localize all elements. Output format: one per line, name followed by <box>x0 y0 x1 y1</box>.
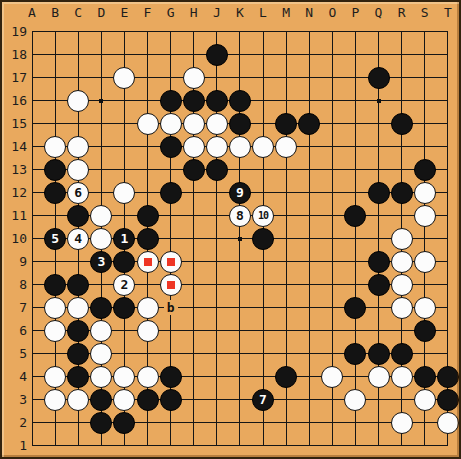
stone-black-Q5 <box>368 343 390 365</box>
stone-black-F10 <box>137 228 159 250</box>
coord-col-J: J <box>208 5 226 20</box>
stone-black-C11 <box>67 205 89 227</box>
stone-white-B3 <box>44 389 66 411</box>
stone-white-R10 <box>391 228 413 250</box>
coord-col-L: L <box>254 5 272 20</box>
coord-col-S: S <box>416 5 434 20</box>
stone-white-C10: 4 <box>67 228 89 250</box>
coord-col-P: P <box>346 5 364 20</box>
stone-white-E17 <box>113 67 135 89</box>
stone-white-F9 <box>137 251 159 273</box>
stone-white-R2 <box>391 412 413 434</box>
stone-white-S7 <box>414 297 436 319</box>
red-square-mark-F9 <box>144 258 152 266</box>
grid-hline-13 <box>32 169 449 170</box>
stone-white-O4 <box>321 366 343 388</box>
stone-black-T3 <box>437 389 459 411</box>
coord-row-4: 4 <box>3 369 27 384</box>
stone-white-D10 <box>90 228 112 250</box>
coord-col-D: D <box>92 5 110 20</box>
stone-white-P3 <box>344 389 366 411</box>
coord-row-11: 11 <box>3 208 27 223</box>
stone-white-G9 <box>160 251 182 273</box>
coord-col-G: G <box>162 5 180 20</box>
stone-black-L10 <box>252 228 274 250</box>
stone-white-S12 <box>414 182 436 204</box>
coord-col-O: O <box>323 5 341 20</box>
stone-black-R5 <box>391 343 413 365</box>
stone-white-C7 <box>67 297 89 319</box>
stone-black-S4 <box>414 366 436 388</box>
coord-col-K: K <box>231 5 249 20</box>
move-number-2: 2 <box>120 278 128 291</box>
stone-black-G16 <box>160 90 182 112</box>
stone-white-L11: 10 <box>252 205 274 227</box>
stone-black-E9 <box>113 251 135 273</box>
stone-black-P7 <box>344 297 366 319</box>
stone-white-C13 <box>67 159 89 181</box>
stone-white-E8: 2 <box>113 274 135 296</box>
stone-white-D6 <box>90 320 112 342</box>
move-number-1: 1 <box>120 232 128 245</box>
stone-black-E2 <box>113 412 135 434</box>
stone-white-F4 <box>137 366 159 388</box>
coord-row-18: 18 <box>3 47 27 62</box>
stone-black-Q8 <box>368 274 390 296</box>
coord-col-T: T <box>439 5 457 20</box>
coord-row-2: 2 <box>3 415 27 430</box>
coord-row-8: 8 <box>3 277 27 292</box>
stone-black-H16 <box>183 90 205 112</box>
move-number-7: 7 <box>259 393 267 406</box>
coord-col-Q: Q <box>370 5 388 20</box>
stone-black-D3 <box>90 389 112 411</box>
stone-white-B4 <box>44 366 66 388</box>
stone-black-B10: 5 <box>44 228 66 250</box>
stone-black-K15 <box>229 113 251 135</box>
stone-black-C4 <box>67 366 89 388</box>
stone-white-S11 <box>414 205 436 227</box>
coord-col-N: N <box>300 5 318 20</box>
stone-white-Q4 <box>368 366 390 388</box>
stone-white-S9 <box>414 251 436 273</box>
red-square-mark-G8 <box>167 281 175 289</box>
stone-white-R7 <box>391 297 413 319</box>
move-number-3: 3 <box>97 255 105 268</box>
stone-black-S13 <box>414 159 436 181</box>
stone-black-B8 <box>44 274 66 296</box>
coord-row-13: 13 <box>3 162 27 177</box>
stone-white-L14 <box>252 136 274 158</box>
coord-col-B: B <box>46 5 64 20</box>
grid-hline-18 <box>32 54 449 55</box>
stone-white-G15 <box>160 113 182 135</box>
coord-row-16: 16 <box>3 93 27 108</box>
stone-white-D4 <box>90 366 112 388</box>
move-number-9: 9 <box>236 186 244 199</box>
move-number-8: 8 <box>236 209 244 222</box>
stone-black-Q9 <box>368 251 390 273</box>
stone-white-F6 <box>137 320 159 342</box>
stone-black-T4 <box>437 366 459 388</box>
stone-white-R4 <box>391 366 413 388</box>
coord-row-3: 3 <box>3 392 27 407</box>
stone-white-E4 <box>113 366 135 388</box>
coord-row-9: 9 <box>3 254 27 269</box>
stone-black-B12 <box>44 182 66 204</box>
stone-white-S3 <box>414 389 436 411</box>
stone-white-J14 <box>206 136 228 158</box>
grid-hline-19 <box>32 31 449 32</box>
stone-white-E3 <box>113 389 135 411</box>
stone-black-B13 <box>44 159 66 181</box>
stone-black-D2 <box>90 412 112 434</box>
move-number-6: 6 <box>74 186 82 199</box>
stone-white-R9 <box>391 251 413 273</box>
move-number-4: 4 <box>74 232 82 245</box>
stone-white-H15 <box>183 113 205 135</box>
coord-col-A: A <box>23 5 41 20</box>
red-square-mark-G9 <box>167 258 175 266</box>
stone-black-J18 <box>206 44 228 66</box>
stone-black-K12: 9 <box>229 182 251 204</box>
stone-white-B6 <box>44 320 66 342</box>
coord-col-F: F <box>139 5 157 20</box>
stone-black-E7 <box>113 297 135 319</box>
stone-black-J13 <box>206 159 228 181</box>
stone-black-R12 <box>391 182 413 204</box>
stone-white-F15 <box>137 113 159 135</box>
stone-white-C14 <box>67 136 89 158</box>
coord-row-10: 10 <box>3 231 27 246</box>
stone-white-H17 <box>183 67 205 89</box>
stone-white-C16 <box>67 90 89 112</box>
stone-white-K11: 8 <box>229 205 251 227</box>
stone-black-D7 <box>90 297 112 319</box>
grid-hline-1 <box>32 445 449 446</box>
stone-white-B14 <box>44 136 66 158</box>
board-dot-D16 <box>99 99 103 103</box>
stone-black-F11 <box>137 205 159 227</box>
stone-black-C6 <box>67 320 89 342</box>
stone-black-S6 <box>414 320 436 342</box>
stone-white-F7 <box>137 297 159 319</box>
coord-row-15: 15 <box>3 116 27 131</box>
stone-white-J15 <box>206 113 228 135</box>
stone-black-G14 <box>160 136 182 158</box>
coord-col-C: C <box>69 5 87 20</box>
stone-black-K16 <box>229 90 251 112</box>
move-number-5: 5 <box>51 232 59 245</box>
stone-black-R15 <box>391 113 413 135</box>
stone-white-H14 <box>183 136 205 158</box>
stone-white-D11 <box>90 205 112 227</box>
stone-black-C8 <box>67 274 89 296</box>
coord-row-7: 7 <box>3 300 27 315</box>
stone-black-F3 <box>137 389 159 411</box>
coord-row-5: 5 <box>3 346 27 361</box>
point-label-b: b <box>164 300 178 315</box>
stone-black-C5 <box>67 343 89 365</box>
stone-black-P11 <box>344 205 366 227</box>
stone-black-P5 <box>344 343 366 365</box>
stone-black-L3: 7 <box>252 389 274 411</box>
board-dot-Q16 <box>377 99 381 103</box>
stone-black-Q17 <box>368 67 390 89</box>
stone-white-T2 <box>437 412 459 434</box>
stone-black-D9: 3 <box>90 251 112 273</box>
move-number-10: 10 <box>258 211 268 221</box>
coord-row-1: 1 <box>3 438 27 453</box>
coord-row-14: 14 <box>3 139 27 154</box>
stone-white-M14 <box>275 136 297 158</box>
coord-row-6: 6 <box>3 323 27 338</box>
stone-white-K14 <box>229 136 251 158</box>
stone-white-G8 <box>160 274 182 296</box>
coord-col-H: H <box>185 5 203 20</box>
coord-col-M: M <box>277 5 295 20</box>
coord-row-17: 17 <box>3 70 27 85</box>
stone-white-C3 <box>67 389 89 411</box>
stone-white-B7 <box>44 297 66 319</box>
stone-white-E12 <box>113 182 135 204</box>
stone-black-Q12 <box>368 182 390 204</box>
stone-black-J16 <box>206 90 228 112</box>
coord-row-19: 19 <box>3 24 27 39</box>
stone-black-H13 <box>183 159 205 181</box>
board-dot-K10 <box>238 237 242 241</box>
stone-white-C12: 6 <box>67 182 89 204</box>
stone-white-R8 <box>391 274 413 296</box>
stone-black-E10: 1 <box>113 228 135 250</box>
stone-black-G4 <box>160 366 182 388</box>
stone-black-M4 <box>275 366 297 388</box>
coord-col-R: R <box>393 5 411 20</box>
stone-black-G12 <box>160 182 182 204</box>
coord-col-E: E <box>115 5 133 20</box>
go-board-diagram: ABCDEFGHJKLMNOPQRST191817161514131211109… <box>0 0 461 459</box>
stone-black-G3 <box>160 389 182 411</box>
stone-white-D5 <box>90 343 112 365</box>
coord-row-12: 12 <box>3 185 27 200</box>
stone-black-N15 <box>298 113 320 135</box>
stone-black-M15 <box>275 113 297 135</box>
